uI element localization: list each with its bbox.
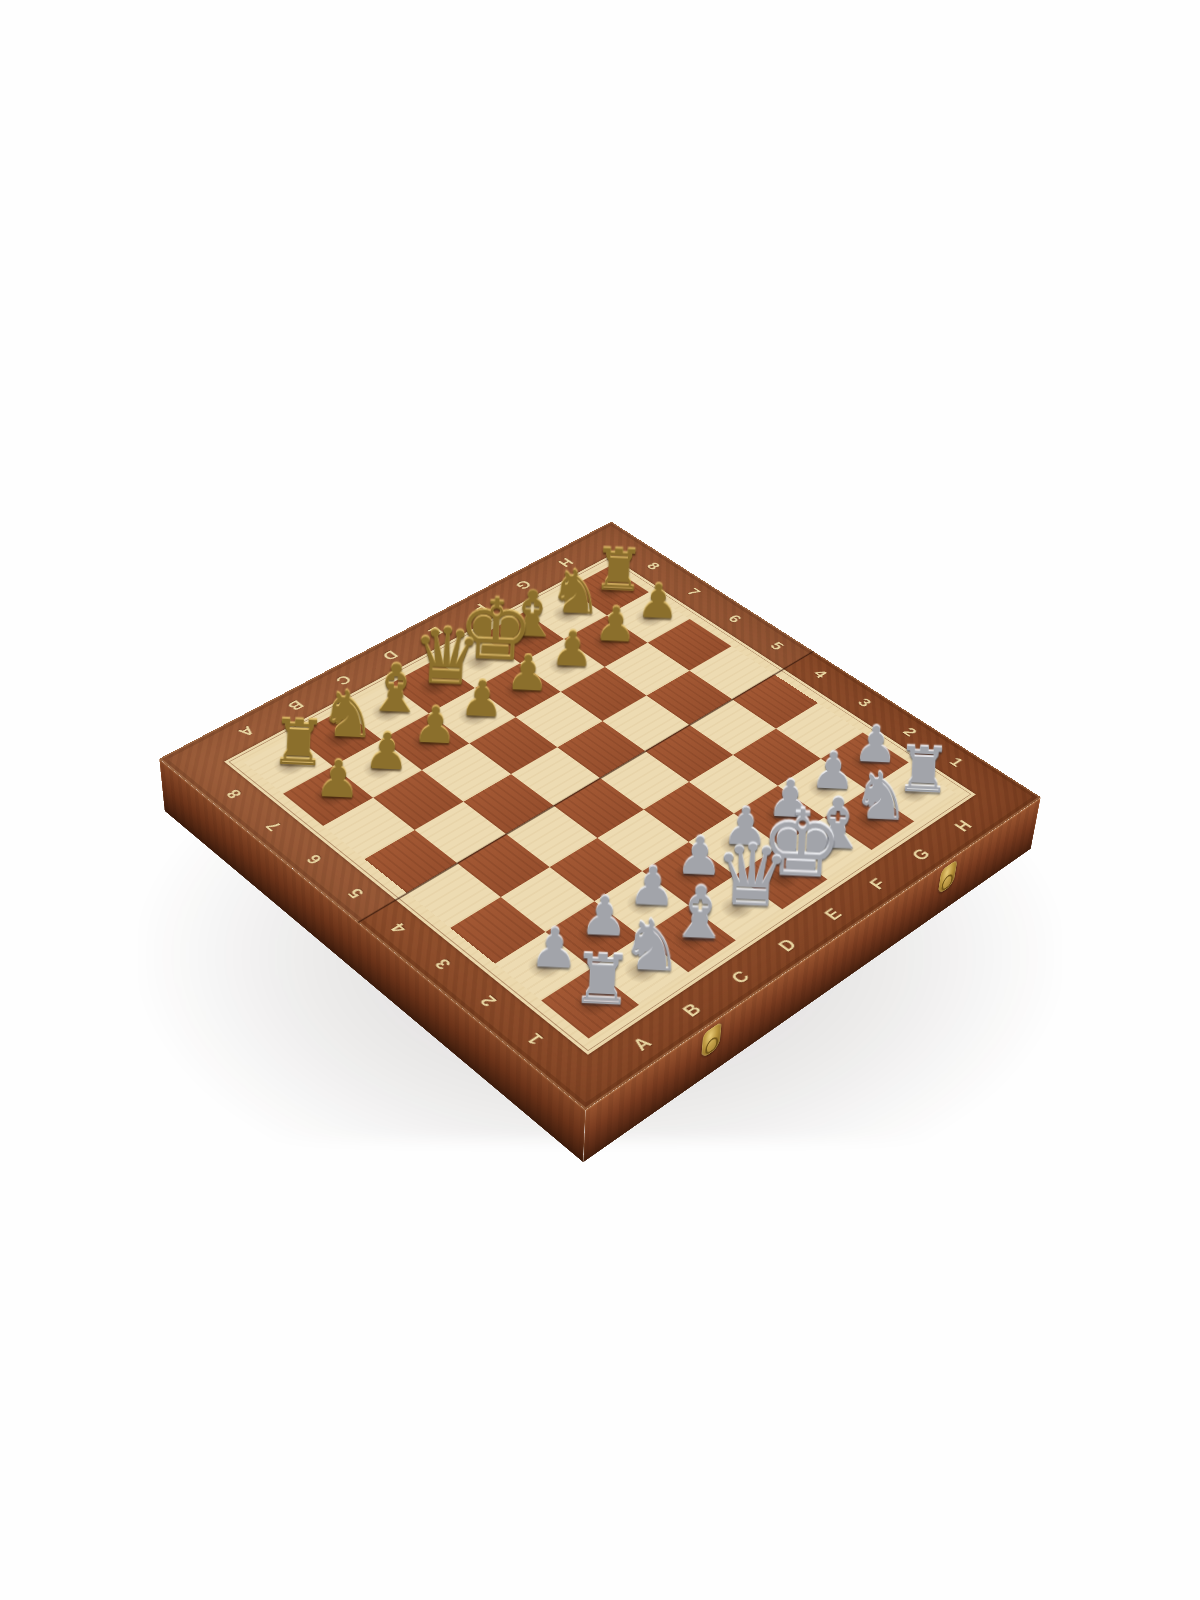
rank-label: 5 bbox=[748, 629, 805, 663]
rank-label: 6 bbox=[706, 602, 763, 636]
piece-black-pawn: ♟ bbox=[305, 756, 371, 804]
brass-latch bbox=[701, 1021, 722, 1060]
piece-white-rook: ♜ bbox=[566, 948, 638, 1013]
square-d4 bbox=[554, 778, 644, 838]
rank-label: 4 bbox=[791, 656, 848, 691]
